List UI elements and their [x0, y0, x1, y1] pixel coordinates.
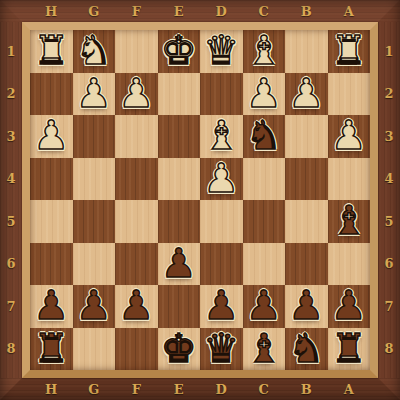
coord-label-5: 5 — [0, 200, 22, 243]
coord-label-e: E — [158, 378, 201, 400]
square-a3[interactable]: ♟ — [328, 115, 371, 158]
coord-label-3: 3 — [0, 115, 22, 158]
square-a5[interactable]: ♝ — [328, 200, 371, 243]
coord-label-f: F — [115, 378, 158, 400]
black-bishop[interactable]: ♝ — [246, 328, 282, 368]
black-pawn[interactable]: ♟ — [288, 285, 324, 325]
square-b4[interactable] — [285, 158, 328, 201]
square-h6[interactable] — [30, 243, 73, 286]
coord-label-1: 1 — [0, 30, 22, 73]
square-h2[interactable] — [30, 73, 73, 116]
coord-label-c: C — [243, 378, 286, 400]
white-rook[interactable]: ♜ — [331, 30, 367, 70]
coord-label-a: A — [328, 378, 371, 400]
square-f3[interactable] — [115, 115, 158, 158]
coord-label-a: A — [328, 0, 371, 22]
square-b5[interactable] — [285, 200, 328, 243]
coord-label-2: 2 — [0, 73, 22, 116]
white-pawn[interactable]: ♟ — [288, 73, 324, 113]
square-h8[interactable]: ♜ — [30, 328, 73, 371]
black-king[interactable]: ♚ — [161, 328, 197, 368]
coord-label-6: 6 — [378, 243, 400, 286]
coord-label-f: F — [115, 0, 158, 22]
square-g8[interactable] — [73, 328, 116, 371]
black-queen[interactable]: ♛ — [203, 328, 239, 368]
coord-label-b: B — [285, 378, 328, 400]
coord-label-e: E — [158, 0, 201, 22]
square-h1[interactable]: ♜ — [30, 30, 73, 73]
white-knight[interactable]: ♞ — [76, 30, 112, 70]
square-d3[interactable]: ♝ — [200, 115, 243, 158]
coord-label-6: 6 — [0, 243, 22, 286]
square-h5[interactable] — [30, 200, 73, 243]
chessboard-app: HGFEDCBA HGFEDCBA 12345678 12345678 ♜♞♚♛… — [0, 0, 400, 400]
coord-label-c: C — [243, 0, 286, 22]
white-pawn[interactable]: ♟ — [331, 115, 367, 155]
coord-label-g: G — [73, 0, 116, 22]
white-rook[interactable]: ♜ — [33, 30, 69, 70]
square-e1[interactable]: ♚ — [158, 30, 201, 73]
square-g6[interactable] — [73, 243, 116, 286]
square-a1[interactable]: ♜ — [328, 30, 371, 73]
square-c8[interactable]: ♝ — [243, 328, 286, 371]
square-d7[interactable]: ♟ — [200, 285, 243, 328]
black-pawn[interactable]: ♟ — [203, 285, 239, 325]
square-g3[interactable] — [73, 115, 116, 158]
square-f1[interactable] — [115, 30, 158, 73]
square-c4[interactable] — [243, 158, 286, 201]
square-f5[interactable] — [115, 200, 158, 243]
square-e7[interactable] — [158, 285, 201, 328]
black-pawn[interactable]: ♟ — [161, 243, 197, 283]
coord-label-8: 8 — [0, 328, 22, 371]
square-c5[interactable] — [243, 200, 286, 243]
coord-label-d: D — [200, 0, 243, 22]
coord-label-3: 3 — [378, 115, 400, 158]
rank-labels-right: 12345678 — [378, 30, 400, 370]
white-pawn[interactable]: ♟ — [76, 73, 112, 113]
square-e8[interactable]: ♚ — [158, 328, 201, 371]
square-b3[interactable] — [285, 115, 328, 158]
square-d4[interactable]: ♟ — [200, 158, 243, 201]
square-g5[interactable] — [73, 200, 116, 243]
file-labels-top: HGFEDCBA — [30, 0, 370, 22]
square-g1[interactable]: ♞ — [73, 30, 116, 73]
black-pawn[interactable]: ♟ — [76, 285, 112, 325]
black-bishop[interactable]: ♝ — [331, 200, 367, 240]
white-pawn[interactable]: ♟ — [246, 73, 282, 113]
coord-label-g: G — [73, 378, 116, 400]
black-pawn[interactable]: ♟ — [246, 285, 282, 325]
square-h4[interactable] — [30, 158, 73, 201]
black-knight[interactable]: ♞ — [246, 115, 282, 155]
square-c3[interactable]: ♞ — [243, 115, 286, 158]
coord-label-2: 2 — [378, 73, 400, 116]
square-b7[interactable]: ♟ — [285, 285, 328, 328]
square-a2[interactable] — [328, 73, 371, 116]
coord-label-4: 4 — [0, 158, 22, 201]
square-d2[interactable] — [200, 73, 243, 116]
square-a7[interactable]: ♟ — [328, 285, 371, 328]
square-c6[interactable] — [243, 243, 286, 286]
square-d6[interactable] — [200, 243, 243, 286]
square-e6[interactable]: ♟ — [158, 243, 201, 286]
square-h7[interactable]: ♟ — [30, 285, 73, 328]
square-d5[interactable] — [200, 200, 243, 243]
white-pawn[interactable]: ♟ — [33, 115, 69, 155]
square-b2[interactable]: ♟ — [285, 73, 328, 116]
coord-label-8: 8 — [378, 328, 400, 371]
black-knight[interactable]: ♞ — [288, 328, 324, 368]
square-c2[interactable]: ♟ — [243, 73, 286, 116]
white-pawn[interactable]: ♟ — [203, 158, 239, 198]
square-d1[interactable]: ♛ — [200, 30, 243, 73]
coord-label-7: 7 — [378, 285, 400, 328]
square-e3[interactable] — [158, 115, 201, 158]
square-c7[interactable]: ♟ — [243, 285, 286, 328]
white-bishop[interactable]: ♝ — [246, 30, 282, 70]
white-queen[interactable]: ♛ — [203, 30, 239, 70]
square-h3[interactable]: ♟ — [30, 115, 73, 158]
file-labels-bottom: HGFEDCBA — [30, 378, 370, 400]
square-e4[interactable] — [158, 158, 201, 201]
coord-label-7: 7 — [0, 285, 22, 328]
coord-label-d: D — [200, 378, 243, 400]
square-f7[interactable]: ♟ — [115, 285, 158, 328]
coord-label-5: 5 — [378, 200, 400, 243]
white-pawn[interactable]: ♟ — [118, 73, 154, 113]
black-pawn[interactable]: ♟ — [33, 285, 69, 325]
square-b6[interactable] — [285, 243, 328, 286]
square-e2[interactable] — [158, 73, 201, 116]
coord-label-b: B — [285, 0, 328, 22]
square-a6[interactable] — [328, 243, 371, 286]
square-g2[interactable]: ♟ — [73, 73, 116, 116]
square-g4[interactable] — [73, 158, 116, 201]
coord-label-h: H — [30, 378, 73, 400]
board-grid: ♜♞♚♛♝♜♟♟♟♟♟♝♞♟♟♝♟♟♟♟♟♟♟♟♜♚♛♝♞♜ — [30, 30, 370, 370]
square-f6[interactable] — [115, 243, 158, 286]
square-g7[interactable]: ♟ — [73, 285, 116, 328]
square-f2[interactable]: ♟ — [115, 73, 158, 116]
black-pawn[interactable]: ♟ — [118, 285, 154, 325]
coord-label-4: 4 — [378, 158, 400, 201]
black-rook[interactable]: ♜ — [331, 328, 367, 368]
square-e5[interactable] — [158, 200, 201, 243]
square-f8[interactable] — [115, 328, 158, 371]
square-c1[interactable]: ♝ — [243, 30, 286, 73]
coord-label-h: H — [30, 0, 73, 22]
rank-labels-left: 12345678 — [0, 30, 22, 370]
square-b1[interactable] — [285, 30, 328, 73]
coord-label-1: 1 — [378, 30, 400, 73]
white-king[interactable]: ♚ — [161, 30, 197, 70]
square-a4[interactable] — [328, 158, 371, 201]
square-d8[interactable]: ♛ — [200, 328, 243, 371]
square-a8[interactable]: ♜ — [328, 328, 371, 371]
black-rook[interactable]: ♜ — [33, 328, 69, 368]
square-f4[interactable] — [115, 158, 158, 201]
white-bishop[interactable]: ♝ — [203, 115, 239, 155]
black-pawn[interactable]: ♟ — [331, 285, 367, 325]
square-b8[interactable]: ♞ — [285, 328, 328, 371]
